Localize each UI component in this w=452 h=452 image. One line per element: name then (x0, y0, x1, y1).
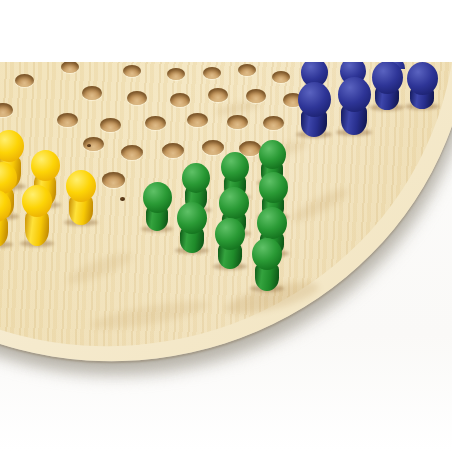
board-hole[interactable] (121, 145, 143, 160)
peg-head (338, 77, 371, 112)
board-hole[interactable] (246, 89, 266, 103)
wood-stain (288, 184, 351, 226)
peg-green[interactable] (177, 202, 207, 254)
board-hole[interactable] (162, 143, 184, 158)
peg-blue[interactable] (338, 77, 371, 136)
peg-head (301, 62, 328, 84)
board-hole[interactable] (208, 88, 228, 102)
peg-blue[interactable] (372, 62, 403, 111)
peg-blue[interactable] (298, 82, 331, 138)
board-hole[interactable] (238, 64, 256, 76)
board-hole[interactable] (227, 115, 248, 129)
board-hole[interactable] (83, 137, 104, 151)
peg-head (407, 62, 438, 95)
peg-green[interactable] (143, 182, 172, 232)
peg-head (182, 163, 210, 193)
peg-head (66, 170, 96, 202)
peg-head (0, 190, 11, 222)
peg-head (298, 82, 331, 117)
board-hole[interactable] (170, 93, 190, 107)
board-hole[interactable] (145, 116, 166, 130)
board-hole[interactable] (263, 116, 284, 130)
peg-blue[interactable] (301, 62, 328, 84)
peg-head (0, 130, 24, 162)
board-hole[interactable] (123, 65, 141, 77)
peg-head (22, 185, 52, 217)
peg-yellow[interactable] (0, 190, 11, 248)
board-hole[interactable] (100, 118, 121, 132)
peg-head (177, 202, 207, 234)
board-hole[interactable] (167, 68, 185, 80)
peg-head (252, 238, 282, 270)
wood-stain (65, 247, 136, 288)
board-hole[interactable] (127, 91, 147, 105)
peg-head (259, 140, 286, 169)
peg-blue[interactable] (407, 62, 438, 110)
peg-head (221, 152, 249, 182)
peg-yellow[interactable] (22, 185, 52, 247)
board-hole[interactable] (57, 113, 78, 127)
photo-area (0, 62, 452, 452)
peg-head (372, 62, 403, 94)
board-hole[interactable] (82, 86, 102, 100)
peg-head (31, 150, 60, 181)
peg-head (219, 187, 249, 219)
board-hole[interactable] (203, 67, 221, 79)
peg-green[interactable] (252, 238, 282, 292)
peg-head (143, 182, 172, 213)
board-hole[interactable] (187, 113, 208, 127)
product-photo-canvas (0, 0, 452, 452)
board-hole[interactable] (15, 74, 34, 87)
board-hole[interactable] (102, 172, 125, 188)
peg-head (257, 207, 287, 239)
peg-green[interactable] (215, 218, 245, 270)
wood-speck (120, 197, 125, 201)
wood-stain (89, 296, 210, 335)
peg-head (215, 218, 245, 250)
peg-head (259, 172, 288, 203)
board-hole[interactable] (272, 71, 290, 83)
wood-speck (87, 144, 91, 147)
peg-yellow[interactable] (66, 170, 96, 226)
